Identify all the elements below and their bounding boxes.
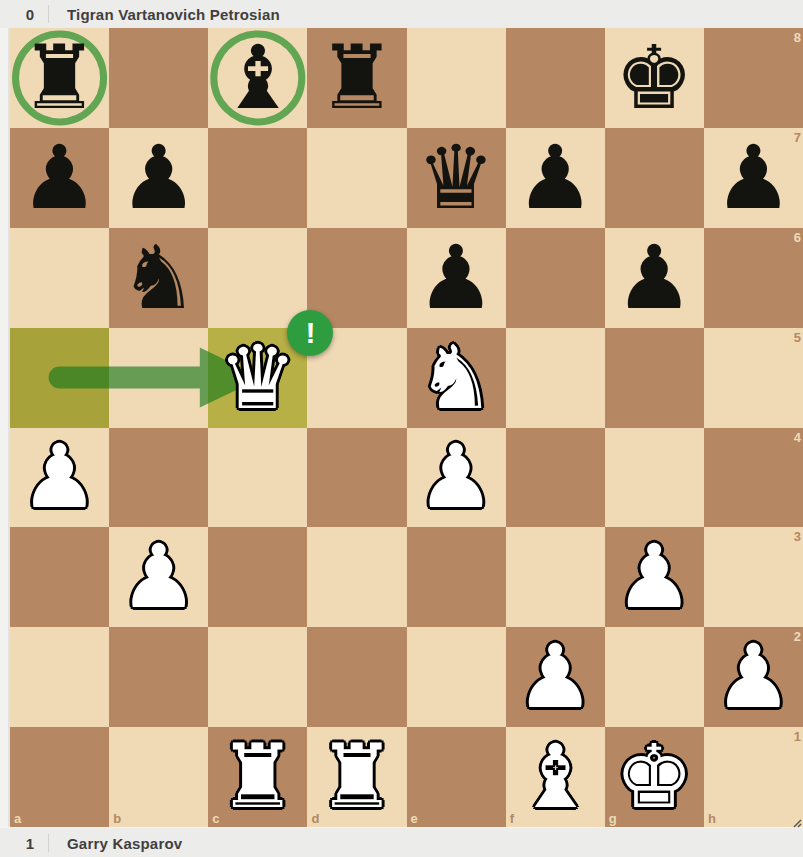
rank-label-6: 6 <box>794 230 801 245</box>
square-e3[interactable] <box>407 527 506 627</box>
rank-label-8: 8 <box>794 30 801 45</box>
square-b8[interactable] <box>109 28 208 128</box>
white-pawn[interactable]: ♟ <box>407 428 506 528</box>
square-f8[interactable] <box>506 28 605 128</box>
square-a5[interactable] <box>10 328 109 428</box>
square-c8[interactable]: ♝ <box>208 28 307 128</box>
square-b3[interactable]: ♟ <box>109 527 208 627</box>
square-e6[interactable]: ♟ <box>407 228 506 328</box>
white-pawn[interactable]: ♟ <box>704 627 803 727</box>
square-c1[interactable]: c♜ <box>208 727 307 827</box>
square-d8[interactable]: ♜ <box>307 28 406 128</box>
square-d2[interactable] <box>307 627 406 727</box>
square-f6[interactable] <box>506 228 605 328</box>
black-knight[interactable]: ♞ <box>109 228 208 328</box>
square-g3[interactable]: ♟ <box>605 527 704 627</box>
rank-label-1: 1 <box>794 729 801 744</box>
square-a2[interactable] <box>10 627 109 727</box>
black-pawn[interactable]: ♟ <box>10 128 109 228</box>
square-f7[interactable]: ♟ <box>506 128 605 228</box>
square-b7[interactable]: ♟ <box>109 128 208 228</box>
square-d3[interactable] <box>307 527 406 627</box>
square-a8[interactable]: ♜ <box>10 28 109 128</box>
square-a3[interactable] <box>10 527 109 627</box>
square-d1[interactable]: d♜ <box>307 727 406 827</box>
square-f5[interactable] <box>506 328 605 428</box>
black-bishop[interactable]: ♝ <box>208 28 307 128</box>
white-rook[interactable]: ♜ <box>307 727 406 827</box>
good-move-glyph: ! <box>305 316 315 350</box>
square-g2[interactable] <box>605 627 704 727</box>
file-label-h: h <box>708 811 716 826</box>
rank-label-5: 5 <box>794 330 801 345</box>
square-c7[interactable] <box>208 128 307 228</box>
square-h3[interactable]: 3 <box>704 527 803 627</box>
square-f1[interactable]: f♝ <box>506 727 605 827</box>
left-panel-edge <box>0 28 10 827</box>
square-h4[interactable]: 4 <box>704 428 803 528</box>
square-e8[interactable] <box>407 28 506 128</box>
white-bishop[interactable]: ♝ <box>506 727 605 827</box>
square-h8[interactable]: 8 <box>704 28 803 128</box>
white-pawn[interactable]: ♟ <box>109 527 208 627</box>
square-h7[interactable]: 7♟ <box>704 128 803 228</box>
white-pawn[interactable]: ♟ <box>605 527 704 627</box>
square-c6[interactable] <box>208 228 307 328</box>
bar-divider <box>48 834 49 852</box>
black-pawn[interactable]: ♟ <box>605 228 704 328</box>
square-c3[interactable] <box>208 527 307 627</box>
square-a6[interactable] <box>10 228 109 328</box>
square-b2[interactable] <box>109 627 208 727</box>
black-pawn[interactable]: ♟ <box>506 128 605 228</box>
square-a4[interactable]: ♟ <box>10 428 109 528</box>
rank-label-3: 3 <box>794 529 801 544</box>
black-pawn[interactable]: ♟ <box>407 228 506 328</box>
square-c4[interactable] <box>208 428 307 528</box>
player-bottom-bar: 1 Garry Kasparov <box>0 827 803 857</box>
black-rook[interactable]: ♜ <box>307 28 406 128</box>
square-e5[interactable]: ♞ <box>407 328 506 428</box>
square-b5[interactable] <box>109 328 208 428</box>
square-h1[interactable]: 1h <box>704 727 803 827</box>
square-d7[interactable] <box>307 128 406 228</box>
white-pawn[interactable]: ♟ <box>506 627 605 727</box>
square-f4[interactable] <box>506 428 605 528</box>
square-g4[interactable] <box>605 428 704 528</box>
rank-label-4: 4 <box>794 430 801 445</box>
black-pawn[interactable]: ♟ <box>109 128 208 228</box>
white-king[interactable]: ♚ <box>605 727 704 827</box>
file-label-a: a <box>14 811 21 826</box>
player-top-score: 0 <box>12 6 48 23</box>
square-h5[interactable]: 5 <box>704 328 803 428</box>
black-pawn[interactable]: ♟ <box>704 128 803 228</box>
player-top-bar: 0 Tigran Vartanovich Petrosian <box>0 0 803 29</box>
black-queen[interactable]: ♛ <box>407 128 506 228</box>
square-f2[interactable]: ♟ <box>506 627 605 727</box>
square-a1[interactable]: a <box>10 727 109 827</box>
analysis-board-app: 0 Tigran Vartanovich Petrosian ♜♝♜♚8♟♟♛♟… <box>0 0 803 857</box>
white-knight[interactable]: ♞ <box>407 328 506 428</box>
square-e4[interactable]: ♟ <box>407 428 506 528</box>
white-rook[interactable]: ♜ <box>208 727 307 827</box>
black-king[interactable]: ♚ <box>605 28 704 128</box>
player-bottom-score: 1 <box>12 835 48 852</box>
bar-divider <box>48 5 49 23</box>
square-c2[interactable] <box>208 627 307 727</box>
square-e7[interactable]: ♛ <box>407 128 506 228</box>
square-g8[interactable]: ♚ <box>605 28 704 128</box>
player-top-name: Tigran Vartanovich Petrosian <box>67 6 280 23</box>
square-a7[interactable]: ♟ <box>10 128 109 228</box>
file-label-b: b <box>113 811 121 826</box>
square-h2[interactable]: 2♟ <box>704 627 803 727</box>
square-f3[interactable] <box>506 527 605 627</box>
resize-grip-icon <box>791 817 803 829</box>
square-g5[interactable] <box>605 328 704 428</box>
square-e2[interactable] <box>407 627 506 727</box>
board-resize-handle[interactable] <box>791 815 803 827</box>
square-g1[interactable]: g♚ <box>605 727 704 827</box>
good-move-badge: ! <box>287 310 333 356</box>
square-b4[interactable] <box>109 428 208 528</box>
white-pawn[interactable]: ♟ <box>10 428 109 528</box>
square-b1[interactable]: b <box>109 727 208 827</box>
board[interactable]: ♜♝♜♚8♟♟♛♟7♟♞♟♟6♛♞5♟♟4♟♟3♟2♟abc♜d♜ef♝g♚1h <box>10 28 803 827</box>
square-g7[interactable] <box>605 128 704 228</box>
file-label-e: e <box>411 811 418 826</box>
square-g6[interactable]: ♟ <box>605 228 704 328</box>
square-b6[interactable]: ♞ <box>109 228 208 328</box>
square-h6[interactable]: 6 <box>704 228 803 328</box>
player-bottom-name: Garry Kasparov <box>67 835 182 852</box>
square-e1[interactable]: e <box>407 727 506 827</box>
square-d4[interactable] <box>307 428 406 528</box>
black-rook[interactable]: ♜ <box>10 28 109 128</box>
